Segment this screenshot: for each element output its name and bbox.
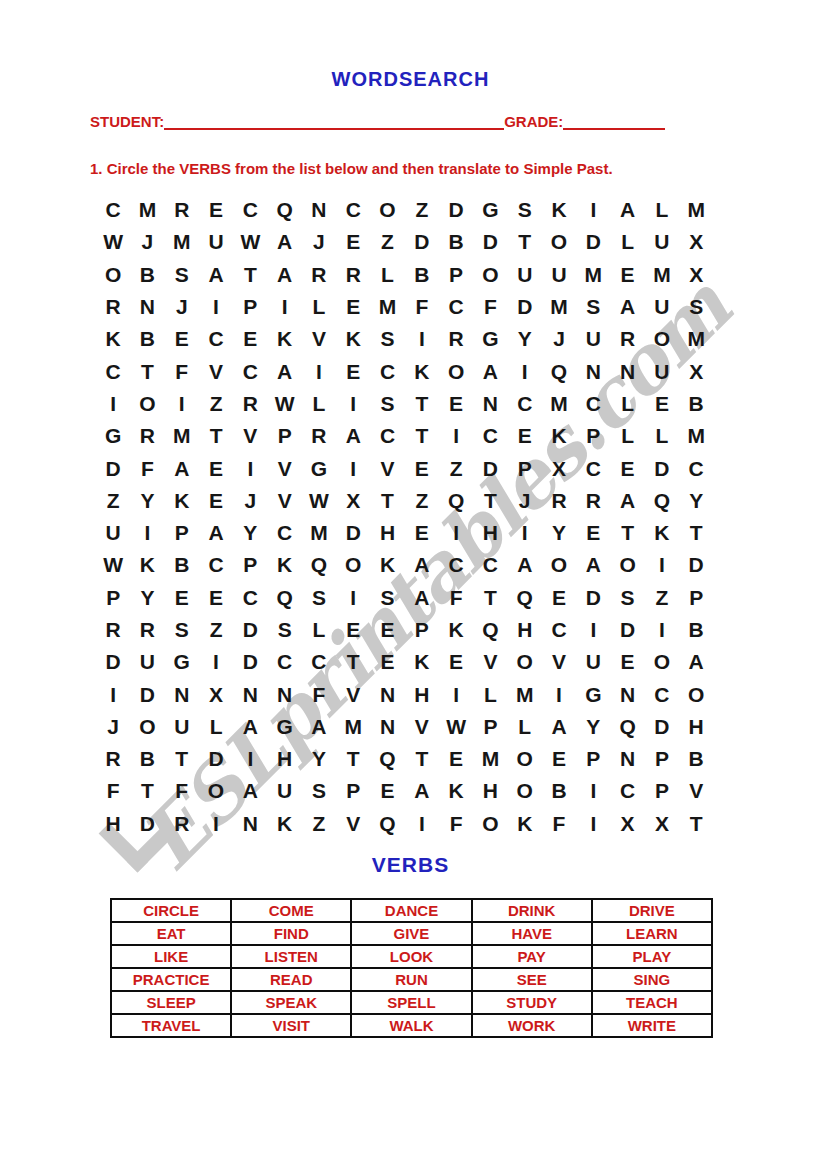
grid-cell: J <box>165 291 199 323</box>
grid-cell: D <box>96 646 130 678</box>
grid-cell: I <box>576 614 610 646</box>
grid-cell: V <box>267 452 301 484</box>
grid-cell: Y <box>576 711 610 743</box>
verb-cell: RUN <box>351 968 471 991</box>
grid-cell: M <box>370 291 404 323</box>
grid-cell: Z <box>405 485 439 517</box>
grid-cell: V <box>542 646 576 678</box>
grid-cell: X <box>199 678 233 710</box>
grid-cell: O <box>542 226 576 258</box>
grid-cell: D <box>96 452 130 484</box>
grid-cell: V <box>233 420 267 452</box>
wordsearch-grid: CMRECQNCOZDGSKIALMWJMUWAJEZDBDTODLUXOBSA… <box>96 194 713 840</box>
grid-cell: H <box>679 711 713 743</box>
grid-cell: K <box>96 323 130 355</box>
grid-cell: N <box>165 678 199 710</box>
grid-cell: B <box>130 743 164 775</box>
grid-cell: N <box>267 678 301 710</box>
verb-cell: CIRCLE <box>111 899 231 922</box>
grid-cell: K <box>405 646 439 678</box>
student-label: STUDENT: <box>90 113 164 130</box>
grid-cell: W <box>439 711 473 743</box>
grid-cell: F <box>130 452 164 484</box>
grid-cell: R <box>130 614 164 646</box>
grid-cell: R <box>165 194 199 226</box>
grid-cell: C <box>336 194 370 226</box>
grid-cell: X <box>336 485 370 517</box>
grid-cell: A <box>610 291 644 323</box>
grid-cell: Y <box>508 323 542 355</box>
grid-cell: K <box>267 808 301 840</box>
grid-cell: E <box>405 452 439 484</box>
verb-cell: GIVE <box>351 922 471 945</box>
grid-cell: V <box>405 711 439 743</box>
grid-cell: I <box>576 194 610 226</box>
grid-cell: D <box>645 452 679 484</box>
grid-cell: G <box>473 194 507 226</box>
grid-cell: I <box>405 808 439 840</box>
grid-cell: U <box>199 226 233 258</box>
grid-cell: E <box>336 291 370 323</box>
grid-cell: T <box>473 485 507 517</box>
grid-cell: E <box>405 517 439 549</box>
grid-cell: B <box>130 259 164 291</box>
verb-cell: LOOK <box>351 945 471 968</box>
grid-cell: O <box>645 646 679 678</box>
grid-cell: R <box>439 323 473 355</box>
verb-cell: SLEEP <box>111 991 231 1014</box>
grid-cell: K <box>267 323 301 355</box>
grid-cell: P <box>679 582 713 614</box>
grid-cell: L <box>610 388 644 420</box>
grid-cell: U <box>267 775 301 807</box>
grid-cell: A <box>267 355 301 387</box>
grid-cell: F <box>439 808 473 840</box>
grid-cell: D <box>439 194 473 226</box>
grid-cell: L <box>302 291 336 323</box>
grid-cell: M <box>165 420 199 452</box>
grid-cell: P <box>576 420 610 452</box>
grid-cell: C <box>679 452 713 484</box>
grid-cell: C <box>645 678 679 710</box>
grid-cell: A <box>405 549 439 581</box>
grid-cell: G <box>267 711 301 743</box>
grid-cell: F <box>542 808 576 840</box>
grid-cell: X <box>679 259 713 291</box>
grid-cell: F <box>302 678 336 710</box>
grid-cell: O <box>130 388 164 420</box>
grid-cell: D <box>610 614 644 646</box>
grid-cell: S <box>165 614 199 646</box>
grid-cell: S <box>679 291 713 323</box>
verb-cell: STUDY <box>472 991 592 1014</box>
grid-cell: Y <box>542 517 576 549</box>
grid-cell: D <box>576 226 610 258</box>
grid-cell: X <box>679 355 713 387</box>
grid-cell: D <box>336 517 370 549</box>
grid-cell: T <box>130 355 164 387</box>
grid-cell: P <box>439 259 473 291</box>
grid-cell: N <box>130 291 164 323</box>
grid-cell: M <box>165 226 199 258</box>
grid-cell: Z <box>199 614 233 646</box>
grid-cell: Q <box>267 582 301 614</box>
grid-cell: I <box>439 678 473 710</box>
grid-cell: F <box>96 775 130 807</box>
grid-cell: U <box>645 226 679 258</box>
grid-cell: M <box>679 323 713 355</box>
grid-cell: N <box>610 355 644 387</box>
page-title: WORDSEARCH <box>0 68 821 91</box>
grid-cell: M <box>473 743 507 775</box>
grid-cell: K <box>542 420 576 452</box>
grid-cell: I <box>645 549 679 581</box>
grid-cell: O <box>473 259 507 291</box>
grid-cell: E <box>199 582 233 614</box>
verb-cell: WRITE <box>592 1014 712 1037</box>
grid-cell: M <box>679 194 713 226</box>
grid-cell: A <box>233 775 267 807</box>
grid-cell: U <box>542 259 576 291</box>
grid-cell: T <box>336 743 370 775</box>
grid-cell: O <box>199 775 233 807</box>
grid-cell: P <box>336 775 370 807</box>
grid-cell: R <box>302 259 336 291</box>
grid-cell: L <box>508 711 542 743</box>
grid-cell: E <box>439 646 473 678</box>
grid-cell: C <box>267 517 301 549</box>
grid-cell: T <box>165 743 199 775</box>
verbs-row: EATFINDGIVEHAVELEARN <box>111 922 712 945</box>
verb-cell: FIND <box>231 922 351 945</box>
grid-cell: D <box>473 226 507 258</box>
grid-cell: F <box>473 291 507 323</box>
grid-cell: T <box>405 743 439 775</box>
grid-cell: K <box>508 808 542 840</box>
grid-cell: K <box>439 614 473 646</box>
grid-cell: L <box>645 194 679 226</box>
grid-cell: C <box>576 388 610 420</box>
grid-cell: B <box>679 614 713 646</box>
verb-cell: TEACH <box>592 991 712 1014</box>
grid-cell: U <box>576 323 610 355</box>
grid-cell: O <box>679 678 713 710</box>
verb-cell: SING <box>592 968 712 991</box>
grid-cell: T <box>233 259 267 291</box>
grid-cell: I <box>96 678 130 710</box>
grid-cell: T <box>405 420 439 452</box>
grid-cell: Z <box>96 485 130 517</box>
grid-cell: P <box>405 614 439 646</box>
grid-cell: M <box>130 194 164 226</box>
verbs-table: CIRCLECOMEDANCEDRINKDRIVEEATFINDGIVEHAVE… <box>110 898 713 1038</box>
verb-cell: LIKE <box>111 945 231 968</box>
grid-cell: W <box>302 485 336 517</box>
grid-cell: Q <box>645 485 679 517</box>
grade-blank[interactable] <box>563 112 665 130</box>
grid-cell: J <box>130 226 164 258</box>
grid-cell: E <box>645 388 679 420</box>
verb-cell: VISIT <box>231 1014 351 1037</box>
grid-cell: G <box>576 678 610 710</box>
grid-cell: P <box>576 743 610 775</box>
grid-cell: G <box>96 420 130 452</box>
grid-cell: K <box>165 485 199 517</box>
grid-cell: V <box>302 323 336 355</box>
grid-cell: R <box>96 291 130 323</box>
grid-cell: N <box>370 711 404 743</box>
grid-cell: D <box>473 452 507 484</box>
grid-cell: L <box>610 226 644 258</box>
grid-cell: W <box>96 226 130 258</box>
grid-cell: O <box>645 323 679 355</box>
grid-cell: A <box>267 226 301 258</box>
grid-cell: C <box>233 582 267 614</box>
grid-cell: D <box>130 678 164 710</box>
grid-cell: U <box>508 259 542 291</box>
grid-cell: O <box>336 549 370 581</box>
grid-cell: Q <box>542 355 576 387</box>
grid-cell: S <box>267 614 301 646</box>
grid-cell: V <box>370 452 404 484</box>
grid-cell: C <box>96 355 130 387</box>
grid-cell: P <box>233 291 267 323</box>
grid-cell: D <box>679 549 713 581</box>
grid-cell: Y <box>302 743 336 775</box>
grid-cell: E <box>542 743 576 775</box>
grid-cell: C <box>473 420 507 452</box>
grid-cell: X <box>542 452 576 484</box>
grid-cell: Q <box>439 485 473 517</box>
grid-cell: O <box>96 259 130 291</box>
grid-cell: H <box>473 517 507 549</box>
grid-cell: A <box>576 549 610 581</box>
grid-cell: K <box>645 517 679 549</box>
grid-cell: R <box>96 614 130 646</box>
verbs-row: CIRCLECOMEDANCEDRINKDRIVE <box>111 899 712 922</box>
grid-cell: J <box>508 485 542 517</box>
verb-cell: HAVE <box>472 922 592 945</box>
grid-cell: P <box>233 549 267 581</box>
grid-cell: C <box>439 291 473 323</box>
grid-cell: E <box>199 452 233 484</box>
grid-cell: I <box>336 452 370 484</box>
grid-cell: T <box>130 775 164 807</box>
grid-cell: E <box>370 775 404 807</box>
grid-cell: Y <box>130 582 164 614</box>
grid-cell: M <box>679 420 713 452</box>
grid-cell: S <box>610 582 644 614</box>
verb-cell: EAT <box>111 922 231 945</box>
grid-cell: A <box>199 517 233 549</box>
grid-cell: U <box>165 711 199 743</box>
grid-cell: E <box>336 355 370 387</box>
grid-cell: B <box>542 775 576 807</box>
grid-cell: E <box>610 259 644 291</box>
grid-cell: N <box>233 678 267 710</box>
grid-cell: C <box>610 775 644 807</box>
grid-cell: D <box>233 646 267 678</box>
grid-cell: D <box>130 808 164 840</box>
grid-cell: E <box>370 614 404 646</box>
grid-cell: E <box>439 743 473 775</box>
grid-cell: C <box>370 355 404 387</box>
grid-cell: S <box>370 582 404 614</box>
grid-cell: K <box>267 549 301 581</box>
grid-cell: Z <box>645 582 679 614</box>
verb-cell: SEE <box>472 968 592 991</box>
grid-cell: R <box>165 808 199 840</box>
grid-cell: P <box>96 582 130 614</box>
grid-cell: C <box>199 323 233 355</box>
grid-cell: D <box>233 614 267 646</box>
grid-cell: Q <box>370 808 404 840</box>
grid-cell: M <box>576 259 610 291</box>
grid-cell: X <box>645 808 679 840</box>
grid-cell: Z <box>405 194 439 226</box>
grid-cell: T <box>473 582 507 614</box>
grid-cell: M <box>302 517 336 549</box>
grid-cell: D <box>405 226 439 258</box>
grid-cell: U <box>645 291 679 323</box>
grid-cell: L <box>302 614 336 646</box>
grid-cell: A <box>199 259 233 291</box>
grid-cell: A <box>405 775 439 807</box>
grid-cell: C <box>508 388 542 420</box>
grid-cell: O <box>508 743 542 775</box>
grid-cell: T <box>370 485 404 517</box>
grid-cell: I <box>336 582 370 614</box>
grid-cell: C <box>542 614 576 646</box>
grid-cell: R <box>542 485 576 517</box>
grid-cell: A <box>233 711 267 743</box>
grid-cell: K <box>370 549 404 581</box>
grid-cell: V <box>679 775 713 807</box>
grid-cell: T <box>610 517 644 549</box>
grid-cell: I <box>508 517 542 549</box>
student-name-blank[interactable] <box>164 112 504 130</box>
grid-cell: E <box>165 323 199 355</box>
grid-cell: I <box>405 323 439 355</box>
grade-label: GRADE: <box>504 113 563 130</box>
grid-cell: N <box>610 743 644 775</box>
grid-cell: G <box>302 452 336 484</box>
grid-cell: K <box>542 194 576 226</box>
grid-cell: I <box>199 646 233 678</box>
grid-cell: R <box>336 259 370 291</box>
grid-cell: Q <box>302 549 336 581</box>
grid-cell: E <box>336 226 370 258</box>
grid-cell: J <box>96 711 130 743</box>
grid-cell: A <box>473 355 507 387</box>
grid-cell: C <box>302 646 336 678</box>
grid-cell: E <box>542 582 576 614</box>
grid-cell: A <box>302 711 336 743</box>
grid-cell: S <box>370 388 404 420</box>
grid-cell: I <box>439 517 473 549</box>
verb-cell: READ <box>231 968 351 991</box>
grid-cell: H <box>508 614 542 646</box>
grid-cell: I <box>576 775 610 807</box>
grid-cell: N <box>473 388 507 420</box>
grid-cell: C <box>576 452 610 484</box>
grid-cell: R <box>96 743 130 775</box>
grid-cell: L <box>473 678 507 710</box>
grid-cell: P <box>645 743 679 775</box>
grid-cell: R <box>302 420 336 452</box>
grid-cell: T <box>508 226 542 258</box>
instruction-text: 1. Circle the VERBS from the list below … <box>90 160 790 177</box>
grid-cell: F <box>165 355 199 387</box>
grid-cell: O <box>542 549 576 581</box>
grid-cell: E <box>439 388 473 420</box>
grid-cell: B <box>679 743 713 775</box>
grid-cell: E <box>370 646 404 678</box>
grid-cell: I <box>302 355 336 387</box>
grid-cell: R <box>610 323 644 355</box>
grid-cell: X <box>679 226 713 258</box>
grid-cell: K <box>336 323 370 355</box>
verb-cell: PAY <box>472 945 592 968</box>
grid-cell: O <box>473 808 507 840</box>
grid-cell: Y <box>233 517 267 549</box>
grid-cell: D <box>576 582 610 614</box>
grid-cell: E <box>233 323 267 355</box>
grid-cell: L <box>645 420 679 452</box>
grid-cell: L <box>199 711 233 743</box>
grid-cell: E <box>610 646 644 678</box>
grid-cell: M <box>508 678 542 710</box>
grid-cell: I <box>645 614 679 646</box>
verb-cell: TRAVEL <box>111 1014 231 1037</box>
grid-cell: V <box>336 808 370 840</box>
grid-cell: A <box>165 452 199 484</box>
grid-cell: I <box>576 808 610 840</box>
grid-cell: W <box>96 549 130 581</box>
grid-cell: T <box>336 646 370 678</box>
grid-cell: O <box>130 711 164 743</box>
grid-cell: J <box>302 226 336 258</box>
grid-cell: B <box>165 549 199 581</box>
grid-cell: J <box>233 485 267 517</box>
grid-cell: S <box>508 194 542 226</box>
grid-cell: J <box>542 323 576 355</box>
grid-cell: V <box>199 355 233 387</box>
grid-cell: A <box>267 259 301 291</box>
grid-cell: M <box>542 291 576 323</box>
grid-cell: U <box>96 517 130 549</box>
grid-cell: E <box>610 452 644 484</box>
grid-cell: R <box>233 388 267 420</box>
grid-cell: P <box>267 420 301 452</box>
verb-cell: PLAY <box>592 945 712 968</box>
grid-cell: I <box>233 743 267 775</box>
grid-cell: T <box>679 517 713 549</box>
grid-cell: A <box>336 420 370 452</box>
grid-cell: B <box>679 388 713 420</box>
grid-cell: W <box>267 388 301 420</box>
grid-cell: G <box>473 323 507 355</box>
grid-cell: U <box>645 355 679 387</box>
grid-cell: I <box>336 388 370 420</box>
grid-cell: R <box>576 485 610 517</box>
grid-cell: I <box>96 388 130 420</box>
verbs-row: TRAVELVISITWALKWORKWRITE <box>111 1014 712 1037</box>
verb-cell: DRINK <box>472 899 592 922</box>
grid-cell: S <box>576 291 610 323</box>
grid-cell: A <box>610 194 644 226</box>
grid-cell: A <box>405 582 439 614</box>
